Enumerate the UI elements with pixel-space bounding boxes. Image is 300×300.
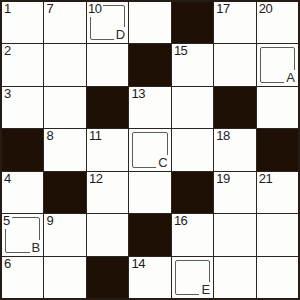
cell-r3c4[interactable] — [172, 129, 213, 170]
black-cell-r5c3 — [129, 214, 170, 255]
clue-number: 16 — [174, 214, 187, 228]
cell-r2c1[interactable] — [44, 87, 85, 128]
cell-r1c1[interactable] — [44, 44, 85, 85]
clue-number: 11 — [89, 129, 102, 143]
cell-r0c0[interactable]: 1 — [2, 2, 43, 43]
clue-number: 4 — [4, 172, 11, 186]
cell-r4c3[interactable] — [129, 172, 170, 213]
cell-r2c3[interactable]: 13 — [129, 87, 170, 128]
cell-r2c0[interactable]: 3 — [2, 87, 43, 128]
marker-letter-C: C — [156, 155, 167, 169]
cell-r4c2[interactable]: 12 — [87, 172, 128, 213]
black-cell-r2c5 — [214, 87, 255, 128]
cell-r1c4[interactable]: 15 — [172, 44, 213, 85]
cell-r3c2[interactable]: 11 — [87, 129, 128, 170]
cell-r6c5[interactable] — [214, 257, 255, 298]
cell-r1c2[interactable] — [87, 44, 128, 85]
cell-r5c2[interactable] — [87, 214, 128, 255]
cell-r5c0[interactable]: 5B — [2, 214, 43, 255]
marker-square-E: E — [175, 260, 210, 295]
black-cell-r4c4 — [172, 172, 213, 213]
cell-r0c2[interactable]: 10D — [87, 2, 128, 43]
cell-r5c5[interactable] — [214, 214, 255, 255]
clue-number: 21 — [259, 172, 272, 186]
clue-number: 20 — [259, 2, 272, 16]
clue-number: 12 — [89, 172, 102, 186]
clue-number: 14 — [131, 257, 144, 271]
cell-r2c6[interactable] — [257, 87, 298, 128]
cell-r4c0[interactable]: 4 — [2, 172, 43, 213]
cell-r5c6[interactable] — [257, 214, 298, 255]
clue-number: 3 — [4, 87, 11, 101]
cell-r6c4[interactable]: E — [172, 257, 213, 298]
black-cell-r2c2 — [87, 87, 128, 128]
black-cell-r4c1 — [44, 172, 85, 213]
marker-letter-B: B — [30, 240, 41, 254]
marker-square-C: C — [132, 132, 167, 167]
clue-number: 13 — [131, 87, 144, 101]
cell-r5c4[interactable]: 16 — [172, 214, 213, 255]
marker-letter-E: E — [199, 282, 210, 296]
cell-r3c5[interactable]: 18 — [214, 129, 255, 170]
cell-r2c4[interactable] — [172, 87, 213, 128]
marker-letter-D: D — [114, 27, 125, 41]
black-cell-r0c4 — [172, 2, 213, 43]
cell-r4c5[interactable]: 19 — [214, 172, 255, 213]
marker-letter-A: A — [284, 70, 295, 84]
clue-number: 18 — [216, 129, 229, 143]
cell-r6c6[interactable] — [257, 257, 298, 298]
black-cell-r3c6 — [257, 129, 298, 170]
clue-number: 8 — [46, 129, 53, 143]
cell-r0c6[interactable]: 20 — [257, 2, 298, 43]
cell-r1c0[interactable]: 2 — [2, 44, 43, 85]
cell-r5c1[interactable]: 9 — [44, 214, 85, 255]
cell-r1c6[interactable]: A — [257, 44, 298, 85]
cell-r6c1[interactable] — [44, 257, 85, 298]
cell-r0c1[interactable]: 7 — [44, 2, 85, 43]
black-cell-r6c2 — [87, 257, 128, 298]
clue-number: 19 — [216, 172, 229, 186]
black-cell-r1c3 — [129, 44, 170, 85]
cell-r0c3[interactable] — [129, 2, 170, 43]
clue-number: 10 — [88, 2, 103, 17]
clue-number: 17 — [216, 2, 229, 16]
cell-r6c0[interactable]: 6 — [2, 257, 43, 298]
clue-number: 6 — [4, 257, 11, 271]
clue-number: 9 — [46, 214, 53, 228]
black-cell-r3c0 — [2, 129, 43, 170]
cell-r0c5[interactable]: 17 — [214, 2, 255, 43]
cell-r4c6[interactable]: 21 — [257, 172, 298, 213]
clue-number: 7 — [46, 2, 53, 16]
clue-number: 5 — [3, 214, 12, 229]
cell-r6c3[interactable]: 14 — [129, 257, 170, 298]
clue-number: 2 — [4, 44, 11, 58]
clue-number: 1 — [4, 2, 11, 16]
cell-r3c1[interactable]: 8 — [44, 129, 85, 170]
crossword-board: 1710D1720215A313811C1841219215B916614E — [0, 0, 300, 300]
marker-square-A: A — [260, 47, 295, 82]
clue-number: 15 — [174, 44, 187, 58]
cell-r1c5[interactable] — [214, 44, 255, 85]
cell-r3c3[interactable]: C — [129, 129, 170, 170]
